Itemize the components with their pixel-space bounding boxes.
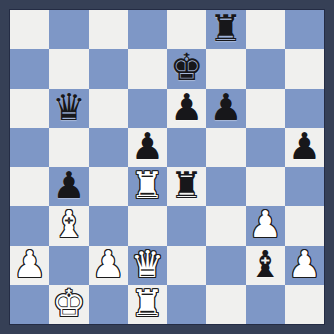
black-pawn[interactable]: ♟: [170, 89, 203, 126]
white-bishop[interactable]: ♝: [52, 206, 85, 243]
black-pawn[interactable]: ♟: [209, 89, 242, 126]
square-c1[interactable]: [89, 285, 128, 324]
square-h7[interactable]: [285, 49, 324, 88]
square-e1[interactable]: [167, 285, 206, 324]
square-h4[interactable]: [285, 167, 324, 206]
square-b2[interactable]: [49, 246, 88, 285]
white-queen[interactable]: ♛: [131, 246, 164, 283]
square-c5[interactable]: [89, 128, 128, 167]
square-g5[interactable]: [246, 128, 285, 167]
black-queen[interactable]: ♛: [52, 89, 85, 126]
square-c4[interactable]: [89, 167, 128, 206]
square-d8[interactable]: [128, 10, 167, 49]
square-d6[interactable]: [128, 89, 167, 128]
square-b6[interactable]: ♛: [49, 89, 88, 128]
square-c8[interactable]: [89, 10, 128, 49]
white-pawn[interactable]: ♟: [288, 246, 321, 283]
square-f6[interactable]: ♟: [206, 89, 245, 128]
square-a7[interactable]: [10, 49, 49, 88]
square-f1[interactable]: [206, 285, 245, 324]
square-f8[interactable]: ♜: [206, 10, 245, 49]
square-h6[interactable]: [285, 89, 324, 128]
chess-board: ♜♚♛♟♟♟♟♟♜♜♝♟♟♟♛♝♟♚♜: [10, 10, 324, 324]
square-a8[interactable]: [10, 10, 49, 49]
square-g2[interactable]: ♝: [246, 246, 285, 285]
white-rook[interactable]: ♜: [131, 167, 164, 204]
square-f4[interactable]: [206, 167, 245, 206]
square-d1[interactable]: ♜: [128, 285, 167, 324]
square-e7[interactable]: ♚: [167, 49, 206, 88]
square-d3[interactable]: [128, 206, 167, 245]
white-pawn[interactable]: ♟: [249, 206, 282, 243]
square-e4[interactable]: ♜: [167, 167, 206, 206]
square-a3[interactable]: [10, 206, 49, 245]
square-e5[interactable]: [167, 128, 206, 167]
black-rook[interactable]: ♜: [209, 10, 242, 47]
square-d5[interactable]: ♟: [128, 128, 167, 167]
black-rook[interactable]: ♜: [170, 167, 203, 204]
square-h2[interactable]: ♟: [285, 246, 324, 285]
white-pawn[interactable]: ♟: [13, 246, 46, 283]
square-g8[interactable]: [246, 10, 285, 49]
square-g6[interactable]: [246, 89, 285, 128]
square-h3[interactable]: [285, 206, 324, 245]
square-h8[interactable]: [285, 10, 324, 49]
black-king[interactable]: ♚: [170, 49, 203, 86]
square-g4[interactable]: [246, 167, 285, 206]
square-e3[interactable]: [167, 206, 206, 245]
square-e2[interactable]: [167, 246, 206, 285]
square-c3[interactable]: [89, 206, 128, 245]
black-pawn[interactable]: ♟: [288, 128, 321, 165]
white-king[interactable]: ♚: [52, 285, 85, 322]
black-pawn[interactable]: ♟: [131, 128, 164, 165]
square-b1[interactable]: ♚: [49, 285, 88, 324]
square-e8[interactable]: [167, 10, 206, 49]
square-f5[interactable]: [206, 128, 245, 167]
square-h1[interactable]: [285, 285, 324, 324]
square-b4[interactable]: ♟: [49, 167, 88, 206]
square-d7[interactable]: [128, 49, 167, 88]
square-a5[interactable]: [10, 128, 49, 167]
square-d4[interactable]: ♜: [128, 167, 167, 206]
square-f2[interactable]: [206, 246, 245, 285]
square-f7[interactable]: [206, 49, 245, 88]
square-c2[interactable]: ♟: [89, 246, 128, 285]
square-c7[interactable]: [89, 49, 128, 88]
square-a6[interactable]: [10, 89, 49, 128]
square-b7[interactable]: [49, 49, 88, 88]
square-e6[interactable]: ♟: [167, 89, 206, 128]
square-g1[interactable]: [246, 285, 285, 324]
board-frame: ♜♚♛♟♟♟♟♟♜♜♝♟♟♟♛♝♟♚♜: [0, 0, 334, 334]
square-g7[interactable]: [246, 49, 285, 88]
square-f3[interactable]: [206, 206, 245, 245]
square-b8[interactable]: [49, 10, 88, 49]
square-c6[interactable]: [89, 89, 128, 128]
square-a2[interactable]: ♟: [10, 246, 49, 285]
square-b3[interactable]: ♝: [49, 206, 88, 245]
white-pawn[interactable]: ♟: [92, 246, 125, 283]
white-rook[interactable]: ♜: [131, 285, 164, 322]
black-pawn[interactable]: ♟: [52, 167, 85, 204]
square-h5[interactable]: ♟: [285, 128, 324, 167]
square-g3[interactable]: ♟: [246, 206, 285, 245]
square-d2[interactable]: ♛: [128, 246, 167, 285]
square-a1[interactable]: [10, 285, 49, 324]
black-bishop[interactable]: ♝: [249, 246, 282, 283]
square-b5[interactable]: [49, 128, 88, 167]
square-a4[interactable]: [10, 167, 49, 206]
